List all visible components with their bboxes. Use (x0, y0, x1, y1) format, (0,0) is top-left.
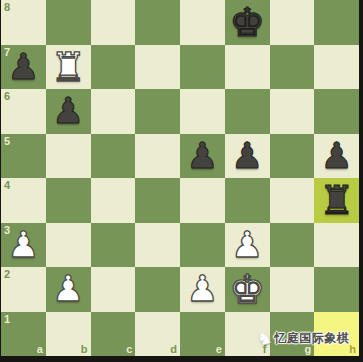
square-d2[interactable] (135, 267, 180, 312)
piece-black-pawn-h5[interactable]: ♟ (314, 134, 359, 179)
piece-white-king-f2[interactable]: ♚ (225, 267, 270, 312)
square-g4[interactable] (270, 178, 315, 223)
piece-white-pawn-e2[interactable]: ♟ (180, 267, 225, 312)
rank-label-4: 4 (4, 179, 10, 191)
rank-label-8: 8 (4, 1, 10, 13)
square-e3[interactable] (180, 223, 225, 268)
square-h1[interactable]: h (314, 312, 359, 357)
square-h4[interactable]: ♜ (314, 178, 359, 223)
square-a3[interactable]: 3♟ (1, 223, 46, 268)
square-c2[interactable] (91, 267, 136, 312)
file-label-c: c (126, 343, 132, 355)
file-label-f: f (263, 343, 267, 355)
file-label-a: a (37, 343, 43, 355)
chess-board-container: 8♚7♟♜6♟5♟♟♟4♜3♟♟2♟♟♚1abcdefgh ♞ 忆庭国际象棋 (0, 0, 363, 362)
square-a6[interactable]: 6 (1, 89, 46, 134)
square-c3[interactable] (91, 223, 136, 268)
square-d1[interactable]: d (135, 312, 180, 357)
square-h3[interactable] (314, 223, 359, 268)
square-b8[interactable] (46, 0, 91, 45)
square-b3[interactable] (46, 223, 91, 268)
square-g3[interactable] (270, 223, 315, 268)
square-e4[interactable] (180, 178, 225, 223)
square-b6[interactable]: ♟ (46, 89, 91, 134)
square-f7[interactable] (225, 45, 270, 90)
square-g5[interactable] (270, 134, 315, 179)
square-e5[interactable]: ♟ (180, 134, 225, 179)
square-g2[interactable] (270, 267, 315, 312)
square-f3[interactable]: ♟ (225, 223, 270, 268)
square-a4[interactable]: 4 (1, 178, 46, 223)
square-h8[interactable] (314, 0, 359, 45)
square-c5[interactable] (91, 134, 136, 179)
square-e8[interactable] (180, 0, 225, 45)
rank-label-5: 5 (4, 135, 10, 147)
file-label-e: e (216, 343, 222, 355)
piece-black-pawn-b6[interactable]: ♟ (46, 89, 91, 134)
square-b4[interactable] (46, 178, 91, 223)
square-e1[interactable]: e (180, 312, 225, 357)
square-d5[interactable] (135, 134, 180, 179)
square-a2[interactable]: 2 (1, 267, 46, 312)
square-f5[interactable]: ♟ (225, 134, 270, 179)
piece-white-pawn-b2[interactable]: ♟ (46, 267, 91, 312)
piece-black-pawn-a7[interactable]: ♟ (1, 45, 46, 90)
square-c1[interactable]: c (91, 312, 136, 357)
square-d7[interactable] (135, 45, 180, 90)
square-a7[interactable]: 7♟ (1, 45, 46, 90)
file-label-h: h (349, 343, 356, 355)
piece-white-pawn-a3[interactable]: ♟ (1, 223, 46, 268)
square-e7[interactable] (180, 45, 225, 90)
piece-white-rook-b7[interactable]: ♜ (46, 45, 91, 90)
square-g1[interactable]: g (270, 312, 315, 357)
square-d4[interactable] (135, 178, 180, 223)
piece-black-rook-h4[interactable]: ♜ (314, 178, 359, 223)
square-f1[interactable]: f (225, 312, 270, 357)
piece-black-king-f8[interactable]: ♚ (225, 0, 270, 45)
rank-label-1: 1 (4, 313, 10, 325)
square-c8[interactable] (91, 0, 136, 45)
square-c4[interactable] (91, 178, 136, 223)
chess-board: 8♚7♟♜6♟5♟♟♟4♜3♟♟2♟♟♚1abcdefgh (1, 0, 359, 356)
square-f2[interactable]: ♚ (225, 267, 270, 312)
square-d6[interactable] (135, 89, 180, 134)
square-c6[interactable] (91, 89, 136, 134)
square-a8[interactable]: 8 (1, 0, 46, 45)
square-g7[interactable] (270, 45, 315, 90)
square-d8[interactable] (135, 0, 180, 45)
square-h6[interactable] (314, 89, 359, 134)
square-h2[interactable] (314, 267, 359, 312)
square-f6[interactable] (225, 89, 270, 134)
square-f8[interactable]: ♚ (225, 0, 270, 45)
square-h7[interactable] (314, 45, 359, 90)
square-e2[interactable]: ♟ (180, 267, 225, 312)
square-e6[interactable] (180, 89, 225, 134)
file-label-b: b (81, 343, 88, 355)
square-b5[interactable] (46, 134, 91, 179)
file-label-d: d (170, 343, 177, 355)
square-g8[interactable] (270, 0, 315, 45)
square-f4[interactable] (225, 178, 270, 223)
rank-label-6: 6 (4, 90, 10, 102)
square-b7[interactable]: ♜ (46, 45, 91, 90)
square-d3[interactable] (135, 223, 180, 268)
square-g6[interactable] (270, 89, 315, 134)
file-label-g: g (305, 343, 312, 355)
square-b2[interactable]: ♟ (46, 267, 91, 312)
square-c7[interactable] (91, 45, 136, 90)
square-h5[interactable]: ♟ (314, 134, 359, 179)
rank-label-2: 2 (4, 268, 10, 280)
piece-black-pawn-e5[interactable]: ♟ (180, 134, 225, 179)
square-a1[interactable]: 1a (1, 312, 46, 357)
piece-black-pawn-f5[interactable]: ♟ (225, 134, 270, 179)
square-b1[interactable]: b (46, 312, 91, 357)
piece-white-pawn-f3[interactable]: ♟ (225, 223, 270, 268)
square-a5[interactable]: 5 (1, 134, 46, 179)
